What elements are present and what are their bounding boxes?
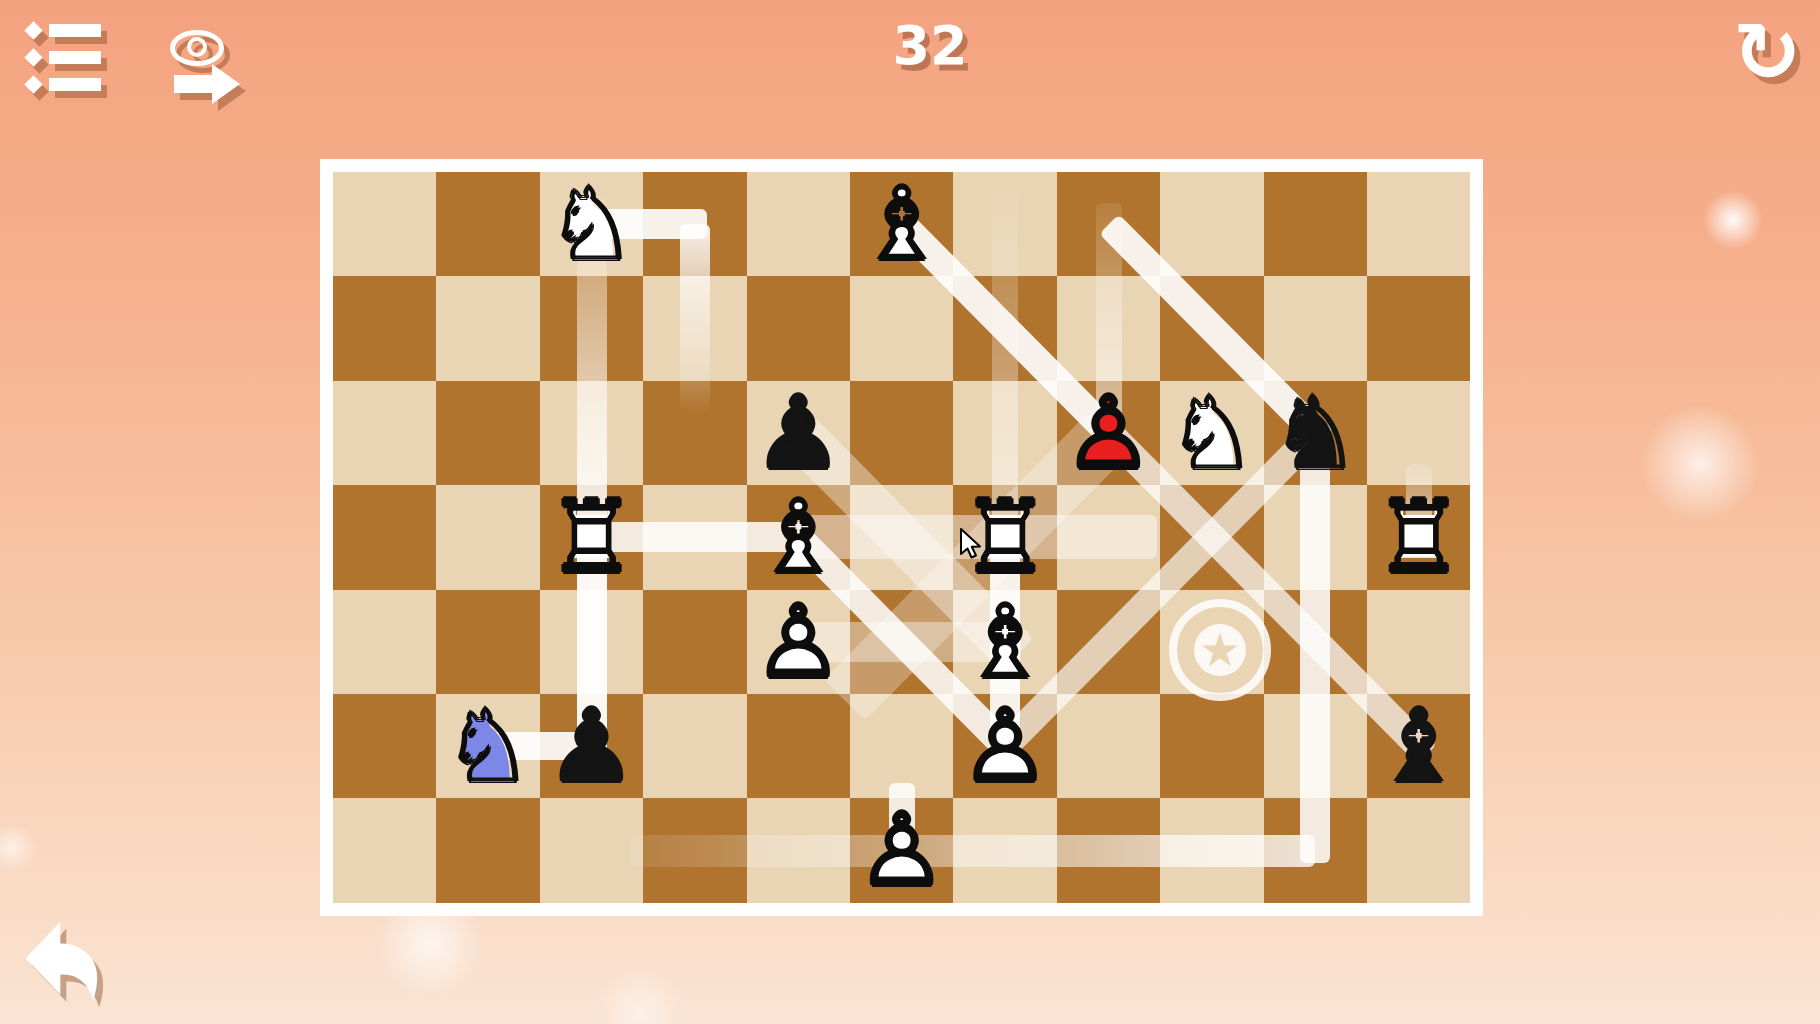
pawn-glyph: ♙ xyxy=(953,694,1056,798)
glow-particle xyxy=(0,823,37,873)
board-cell[interactable] xyxy=(747,798,850,902)
chess-board: ★ ♞♘♝♗♟♙♟♙♞♘♞♘♜♖♝♗♜♖♜♖♟♙♝♗♞♘♟♙♟♙♝♗♟♙ xyxy=(320,159,1483,916)
board-cell[interactable] xyxy=(747,694,850,798)
game-screen: 32 ↻ ★ ♞♘♝♗♟♙♟♙♞♘♞♘♜♖♝♗♜♖♜♖♟♙♝♗♞♘♟♙♟♙♝♗♟… xyxy=(0,0,1820,1024)
black-bishop[interactable]: ♝♗ xyxy=(1367,694,1470,798)
white-pawn[interactable]: ♟♙ xyxy=(953,694,1056,798)
black-pawn[interactable]: ♟♙ xyxy=(747,381,850,485)
board-cell[interactable] xyxy=(1367,590,1470,694)
menu-icon xyxy=(27,78,105,92)
board-cell[interactable] xyxy=(1160,694,1263,798)
pawn-glyph: ♙ xyxy=(1057,381,1160,485)
rook-glyph: ♖ xyxy=(953,485,1056,589)
star-target-marker[interactable]: ★ xyxy=(1169,599,1271,701)
star-icon: ★ xyxy=(1199,627,1240,673)
board-cell[interactable] xyxy=(850,381,953,485)
blue-knight[interactable]: ♞♘ xyxy=(436,694,539,798)
board-cell[interactable] xyxy=(436,590,539,694)
board-cell[interactable] xyxy=(436,485,539,589)
pawn-glyph: ♙ xyxy=(747,590,850,694)
board-cell[interactable] xyxy=(1160,172,1263,276)
board-cell[interactable] xyxy=(1367,172,1470,276)
board-cell[interactable] xyxy=(850,485,953,589)
board-cell[interactable] xyxy=(436,798,539,902)
board-cell[interactable] xyxy=(1264,694,1367,798)
white-rook[interactable]: ♜♖ xyxy=(953,485,1056,589)
arrow-right-icon xyxy=(174,64,248,104)
bishop-glyph: ♗ xyxy=(850,172,953,276)
board-cell[interactable] xyxy=(1160,798,1263,902)
board-cell[interactable] xyxy=(643,485,746,589)
board-cell[interactable] xyxy=(1264,276,1367,380)
board-cell[interactable] xyxy=(436,276,539,380)
white-bishop[interactable]: ♝♗ xyxy=(953,590,1056,694)
board-cell[interactable] xyxy=(850,276,953,380)
board-cell[interactable] xyxy=(850,590,953,694)
eye-icon xyxy=(170,30,224,66)
board-cell[interactable] xyxy=(436,381,539,485)
restart-button[interactable]: ↻ xyxy=(1722,8,1812,98)
board-cell[interactable] xyxy=(953,276,1056,380)
board-cell[interactable] xyxy=(643,590,746,694)
board-cell[interactable] xyxy=(1057,694,1160,798)
board-cell[interactable] xyxy=(333,276,436,380)
board-cell[interactable] xyxy=(333,172,436,276)
white-bishop[interactable]: ♝♗ xyxy=(850,172,953,276)
board-cell[interactable] xyxy=(333,381,436,485)
board-cell[interactable] xyxy=(1057,485,1160,589)
pawn-glyph: ♙ xyxy=(747,381,850,485)
rook-glyph: ♖ xyxy=(1367,485,1470,589)
board-cell[interactable] xyxy=(747,172,850,276)
board-cell[interactable] xyxy=(540,590,643,694)
black-knight[interactable]: ♞♘ xyxy=(1264,381,1367,485)
board-cell[interactable] xyxy=(953,172,1056,276)
level-list-button[interactable] xyxy=(27,24,105,92)
white-knight[interactable]: ♞♘ xyxy=(540,172,643,276)
board-cell[interactable] xyxy=(643,798,746,902)
menu-icon xyxy=(27,51,105,65)
board-cell[interactable] xyxy=(1057,798,1160,902)
board-cell[interactable] xyxy=(333,798,436,902)
white-knight[interactable]: ♞♘ xyxy=(1160,381,1263,485)
glow-particle xyxy=(595,967,685,1024)
level-number: 32 xyxy=(870,14,990,77)
board-cell[interactable] xyxy=(953,381,1056,485)
restart-icon: ↻ xyxy=(1733,5,1802,100)
menu-icon xyxy=(27,24,105,38)
glow-particle xyxy=(1703,190,1763,250)
pawn-glyph: ♙ xyxy=(540,694,643,798)
bishop-glyph: ♗ xyxy=(747,485,850,589)
bishop-glyph: ♗ xyxy=(1367,694,1470,798)
board-cell[interactable] xyxy=(643,172,746,276)
board-cell[interactable] xyxy=(850,694,953,798)
bishop-glyph: ♗ xyxy=(953,590,1056,694)
board-cell[interactable] xyxy=(1057,590,1160,694)
board-cell[interactable] xyxy=(540,276,643,380)
board-cell[interactable] xyxy=(1367,276,1470,380)
board-cell[interactable] xyxy=(643,694,746,798)
back-button[interactable] xyxy=(18,918,110,1004)
hint-preview-button[interactable] xyxy=(118,16,248,100)
board-cell[interactable] xyxy=(1367,381,1470,485)
white-rook[interactable]: ♜♖ xyxy=(1367,485,1470,589)
rook-glyph: ♖ xyxy=(540,485,643,589)
board-cell[interactable] xyxy=(1264,590,1367,694)
board-cell[interactable] xyxy=(1264,485,1367,589)
board-cell[interactable] xyxy=(643,276,746,380)
white-rook[interactable]: ♜♖ xyxy=(540,485,643,589)
knight-glyph: ♘ xyxy=(1264,381,1367,485)
board-cell[interactable] xyxy=(333,590,436,694)
board-cell[interactable] xyxy=(643,381,746,485)
board-cell[interactable] xyxy=(540,381,643,485)
board-cell[interactable] xyxy=(1264,798,1367,902)
board-cell[interactable] xyxy=(540,798,643,902)
board-cell[interactable] xyxy=(333,694,436,798)
pawn-glyph: ♙ xyxy=(850,798,953,902)
glow-particle xyxy=(1640,403,1760,523)
board-cell[interactable] xyxy=(1160,485,1263,589)
knight-glyph: ♘ xyxy=(540,172,643,276)
board-cell[interactable] xyxy=(436,172,539,276)
knight-glyph: ♘ xyxy=(1160,381,1263,485)
black-pawn[interactable]: ♟♙ xyxy=(540,694,643,798)
board-cell[interactable] xyxy=(953,798,1056,902)
board-cell[interactable] xyxy=(333,485,436,589)
knight-glyph: ♘ xyxy=(436,694,539,798)
white-bishop[interactable]: ♝♗ xyxy=(747,485,850,589)
board-cell[interactable] xyxy=(1057,172,1160,276)
board-cell[interactable] xyxy=(747,276,850,380)
red-pawn[interactable]: ♟♙ xyxy=(1057,381,1160,485)
board-cell[interactable] xyxy=(1160,276,1263,380)
white-pawn[interactable]: ♟♙ xyxy=(850,798,953,902)
white-pawn[interactable]: ♟♙ xyxy=(747,590,850,694)
board-cell[interactable] xyxy=(1264,172,1367,276)
board-cell[interactable] xyxy=(1367,798,1470,902)
board-cell[interactable] xyxy=(1057,276,1160,380)
back-arrow-icon xyxy=(18,918,110,1004)
